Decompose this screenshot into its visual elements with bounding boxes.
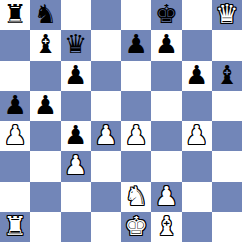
square-a4[interactable]: ♟ [0, 121, 30, 151]
square-b2[interactable] [30, 182, 60, 212]
square-e7[interactable]: ♟ [121, 30, 151, 60]
piece-black-pawn[interactable]: ♟ [3, 92, 26, 118]
square-c3[interactable]: ♟ [61, 151, 91, 181]
square-a8[interactable]: ♜ [0, 0, 30, 30]
piece-black-pawn[interactable]: ♟ [155, 31, 178, 57]
square-a2[interactable] [0, 182, 30, 212]
square-d7[interactable] [91, 30, 121, 60]
square-g7[interactable] [182, 30, 212, 60]
piece-white-pawn[interactable]: ♟ [3, 122, 26, 148]
square-d2[interactable] [91, 182, 121, 212]
square-h8[interactable]: ♛ [212, 0, 242, 30]
square-h7[interactable] [212, 30, 242, 60]
piece-white-rook[interactable]: ♜ [3, 213, 26, 239]
square-b7[interactable]: ♝ [30, 30, 60, 60]
square-d5[interactable] [91, 91, 121, 121]
square-c2[interactable] [61, 182, 91, 212]
piece-white-pawn[interactable]: ♟ [64, 152, 87, 178]
square-b5[interactable]: ♟ [30, 91, 60, 121]
square-g8[interactable] [182, 0, 212, 30]
piece-white-king[interactable]: ♚ [124, 213, 147, 239]
piece-white-knight[interactable]: ♞ [124, 183, 147, 209]
square-b6[interactable] [30, 61, 60, 91]
piece-black-bishop[interactable]: ♝ [215, 62, 238, 88]
piece-white-pawn[interactable]: ♟ [124, 122, 147, 148]
square-d1[interactable] [91, 212, 121, 242]
square-a7[interactable] [0, 30, 30, 60]
square-e6[interactable] [121, 61, 151, 91]
piece-black-pawn[interactable]: ♟ [64, 122, 87, 148]
square-e3[interactable] [121, 151, 151, 181]
square-f4[interactable] [151, 121, 181, 151]
square-h1[interactable] [212, 212, 242, 242]
square-b8[interactable]: ♞ [30, 0, 60, 30]
piece-white-queen[interactable]: ♛ [215, 1, 238, 27]
square-a1[interactable]: ♜ [0, 212, 30, 242]
square-g4[interactable]: ♟ [182, 121, 212, 151]
square-g3[interactable] [182, 151, 212, 181]
square-e1[interactable]: ♚ [121, 212, 151, 242]
square-d3[interactable] [91, 151, 121, 181]
square-a3[interactable] [0, 151, 30, 181]
piece-black-queen[interactable]: ♛ [64, 31, 87, 57]
square-h6[interactable]: ♝ [212, 61, 242, 91]
square-h5[interactable] [212, 91, 242, 121]
square-g2[interactable] [182, 182, 212, 212]
square-c6[interactable]: ♟ [61, 61, 91, 91]
piece-white-bishop[interactable]: ♝ [155, 213, 178, 239]
square-e5[interactable] [121, 91, 151, 121]
square-f5[interactable] [151, 91, 181, 121]
square-c1[interactable] [61, 212, 91, 242]
square-b3[interactable] [30, 151, 60, 181]
piece-black-knight[interactable]: ♞ [34, 1, 57, 27]
square-c7[interactable]: ♛ [61, 30, 91, 60]
square-f6[interactable] [151, 61, 181, 91]
piece-black-pawn[interactable]: ♟ [34, 92, 57, 118]
square-d6[interactable] [91, 61, 121, 91]
square-h2[interactable] [212, 182, 242, 212]
square-g1[interactable] [182, 212, 212, 242]
square-b4[interactable] [30, 121, 60, 151]
piece-black-king[interactable]: ♚ [155, 1, 178, 27]
square-b1[interactable] [30, 212, 60, 242]
piece-white-pawn[interactable]: ♟ [185, 122, 208, 148]
piece-black-bishop[interactable]: ♝ [34, 31, 57, 57]
square-f3[interactable] [151, 151, 181, 181]
square-e4[interactable]: ♟ [121, 121, 151, 151]
piece-white-pawn[interactable]: ♟ [155, 183, 178, 209]
square-c5[interactable] [61, 91, 91, 121]
square-d8[interactable] [91, 0, 121, 30]
square-h3[interactable] [212, 151, 242, 181]
square-h4[interactable] [212, 121, 242, 151]
piece-black-pawn[interactable]: ♟ [124, 31, 147, 57]
square-e2[interactable]: ♞ [121, 182, 151, 212]
square-f7[interactable]: ♟ [151, 30, 181, 60]
square-f8[interactable]: ♚ [151, 0, 181, 30]
square-c4[interactable]: ♟ [61, 121, 91, 151]
chess-board: ♜♞♚♛♝♛♟♟♟♟♝♟♟♟♟♟♟♟♟♞♟♜♚♝ [0, 0, 242, 242]
piece-black-pawn[interactable]: ♟ [185, 62, 208, 88]
square-a5[interactable]: ♟ [0, 91, 30, 121]
piece-white-pawn[interactable]: ♟ [94, 122, 117, 148]
piece-black-pawn[interactable]: ♟ [64, 62, 87, 88]
square-g6[interactable]: ♟ [182, 61, 212, 91]
square-d4[interactable]: ♟ [91, 121, 121, 151]
square-g5[interactable] [182, 91, 212, 121]
square-c8[interactable] [61, 0, 91, 30]
square-e8[interactable] [121, 0, 151, 30]
square-f1[interactable]: ♝ [151, 212, 181, 242]
square-a6[interactable] [0, 61, 30, 91]
piece-black-rook[interactable]: ♜ [3, 1, 26, 27]
square-f2[interactable]: ♟ [151, 182, 181, 212]
